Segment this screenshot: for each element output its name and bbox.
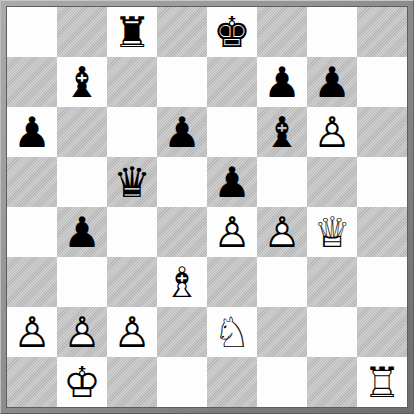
square-a4[interactable] (7, 207, 57, 257)
square-e3[interactable] (207, 257, 257, 307)
black-pawn-glyph: ♟ (7, 107, 57, 157)
black-bishop[interactable]: ♝ (257, 107, 307, 157)
square-f5[interactable] (257, 157, 307, 207)
square-c4[interactable] (107, 207, 157, 257)
white-pawn-outline: ♙ (57, 307, 107, 357)
black-pawn[interactable]: ♟ (7, 107, 57, 157)
white-king-outline: ♔ (57, 357, 107, 407)
black-pawn-glyph: ♟ (307, 57, 357, 107)
square-c3[interactable] (107, 257, 157, 307)
square-b1[interactable]: ♚♔ (57, 357, 107, 407)
square-h8[interactable] (357, 7, 407, 57)
black-rook-glyph: ♜ (107, 7, 157, 57)
square-h4[interactable] (357, 207, 407, 257)
square-a2[interactable]: ♟♙ (7, 307, 57, 357)
square-a7[interactable] (7, 57, 57, 107)
white-rook[interactable]: ♜♖ (357, 357, 407, 407)
square-b3[interactable] (57, 257, 107, 307)
square-f2[interactable] (257, 307, 307, 357)
black-queen[interactable]: ♛ (107, 157, 157, 207)
board-frame: ♜♚♝♟♟♟♟♝♟♙♛♟♟♟♙♟♙♛♕♝♗♟♙♟♙♟♙♞♘♚♔♜♖ (0, 0, 414, 414)
black-pawn-glyph: ♟ (207, 157, 257, 207)
square-a1[interactable] (7, 357, 57, 407)
square-c7[interactable] (107, 57, 157, 107)
white-bishop-outline: ♗ (157, 257, 207, 307)
square-a5[interactable] (7, 157, 57, 207)
chess-board: ♜♚♝♟♟♟♟♝♟♙♛♟♟♟♙♟♙♛♕♝♗♟♙♟♙♟♙♞♘♚♔♜♖ (7, 7, 407, 407)
square-g1[interactable] (307, 357, 357, 407)
square-b5[interactable] (57, 157, 107, 207)
black-pawn-glyph: ♟ (57, 207, 107, 257)
square-d6[interactable]: ♟ (157, 107, 207, 157)
square-h1[interactable]: ♜♖ (357, 357, 407, 407)
black-pawn[interactable]: ♟ (257, 57, 307, 107)
white-pawn[interactable]: ♟♙ (257, 207, 307, 257)
square-d4[interactable] (157, 207, 207, 257)
square-e1[interactable] (207, 357, 257, 407)
square-h2[interactable] (357, 307, 407, 357)
square-g2[interactable] (307, 307, 357, 357)
square-g6[interactable]: ♟♙ (307, 107, 357, 157)
square-e8[interactable]: ♚ (207, 7, 257, 57)
square-b7[interactable]: ♝ (57, 57, 107, 107)
black-pawn-glyph: ♟ (257, 57, 307, 107)
square-f7[interactable]: ♟ (257, 57, 307, 107)
square-e6[interactable] (207, 107, 257, 157)
black-king-glyph: ♚ (207, 7, 257, 57)
square-e5[interactable]: ♟ (207, 157, 257, 207)
square-e4[interactable]: ♟♙ (207, 207, 257, 257)
black-bishop-glyph: ♝ (257, 107, 307, 157)
square-c6[interactable] (107, 107, 157, 157)
black-bishop[interactable]: ♝ (57, 57, 107, 107)
black-bishop-glyph: ♝ (57, 57, 107, 107)
white-pawn-outline: ♙ (257, 207, 307, 257)
square-b8[interactable] (57, 7, 107, 57)
square-h3[interactable] (357, 257, 407, 307)
square-g4[interactable]: ♛♕ (307, 207, 357, 257)
square-a6[interactable]: ♟ (7, 107, 57, 157)
square-d3[interactable]: ♝♗ (157, 257, 207, 307)
square-f8[interactable] (257, 7, 307, 57)
square-g7[interactable]: ♟ (307, 57, 357, 107)
white-knight[interactable]: ♞♘ (207, 307, 257, 357)
white-rook-outline: ♖ (357, 357, 407, 407)
square-e2[interactable]: ♞♘ (207, 307, 257, 357)
square-c1[interactable] (107, 357, 157, 407)
black-pawn[interactable]: ♟ (57, 207, 107, 257)
square-b4[interactable]: ♟ (57, 207, 107, 257)
white-bishop[interactable]: ♝♗ (157, 257, 207, 307)
square-d8[interactable] (157, 7, 207, 57)
square-d7[interactable] (157, 57, 207, 107)
white-pawn-outline: ♙ (107, 307, 157, 357)
square-h5[interactable] (357, 157, 407, 207)
black-rook[interactable]: ♜ (107, 7, 157, 57)
white-pawn[interactable]: ♟♙ (207, 207, 257, 257)
square-a8[interactable] (7, 7, 57, 57)
white-pawn-outline: ♙ (7, 307, 57, 357)
white-king[interactable]: ♚♔ (57, 357, 107, 407)
white-pawn-outline: ♙ (307, 107, 357, 157)
square-g3[interactable] (307, 257, 357, 307)
black-queen-glyph: ♛ (107, 157, 157, 207)
square-d5[interactable] (157, 157, 207, 207)
black-pawn-glyph: ♟ (157, 107, 207, 157)
square-h7[interactable] (357, 57, 407, 107)
black-pawn[interactable]: ♟ (207, 157, 257, 207)
white-pawn[interactable]: ♟♙ (307, 107, 357, 157)
square-g8[interactable] (307, 7, 357, 57)
square-a3[interactable] (7, 257, 57, 307)
square-b6[interactable] (57, 107, 107, 157)
square-d1[interactable] (157, 357, 207, 407)
square-h6[interactable] (357, 107, 407, 157)
square-f3[interactable] (257, 257, 307, 307)
white-queen-outline: ♕ (307, 207, 357, 257)
black-pawn[interactable]: ♟ (157, 107, 207, 157)
square-c8[interactable]: ♜ (107, 7, 157, 57)
black-pawn[interactable]: ♟ (307, 57, 357, 107)
white-queen[interactable]: ♛♕ (307, 207, 357, 257)
square-c2[interactable]: ♟♙ (107, 307, 157, 357)
square-f4[interactable]: ♟♙ (257, 207, 307, 257)
square-f6[interactable]: ♝ (257, 107, 307, 157)
white-knight-outline: ♘ (207, 307, 257, 357)
square-g5[interactable] (307, 157, 357, 207)
square-d2[interactable] (157, 307, 207, 357)
square-c5[interactable]: ♛ (107, 157, 157, 207)
white-pawn-outline: ♙ (207, 207, 257, 257)
black-king[interactable]: ♚ (207, 7, 257, 57)
square-e7[interactable] (207, 57, 257, 107)
square-f1[interactable] (257, 357, 307, 407)
white-pawn[interactable]: ♟♙ (57, 307, 107, 357)
white-pawn[interactable]: ♟♙ (7, 307, 57, 357)
square-b2[interactable]: ♟♙ (57, 307, 107, 357)
white-pawn[interactable]: ♟♙ (107, 307, 157, 357)
